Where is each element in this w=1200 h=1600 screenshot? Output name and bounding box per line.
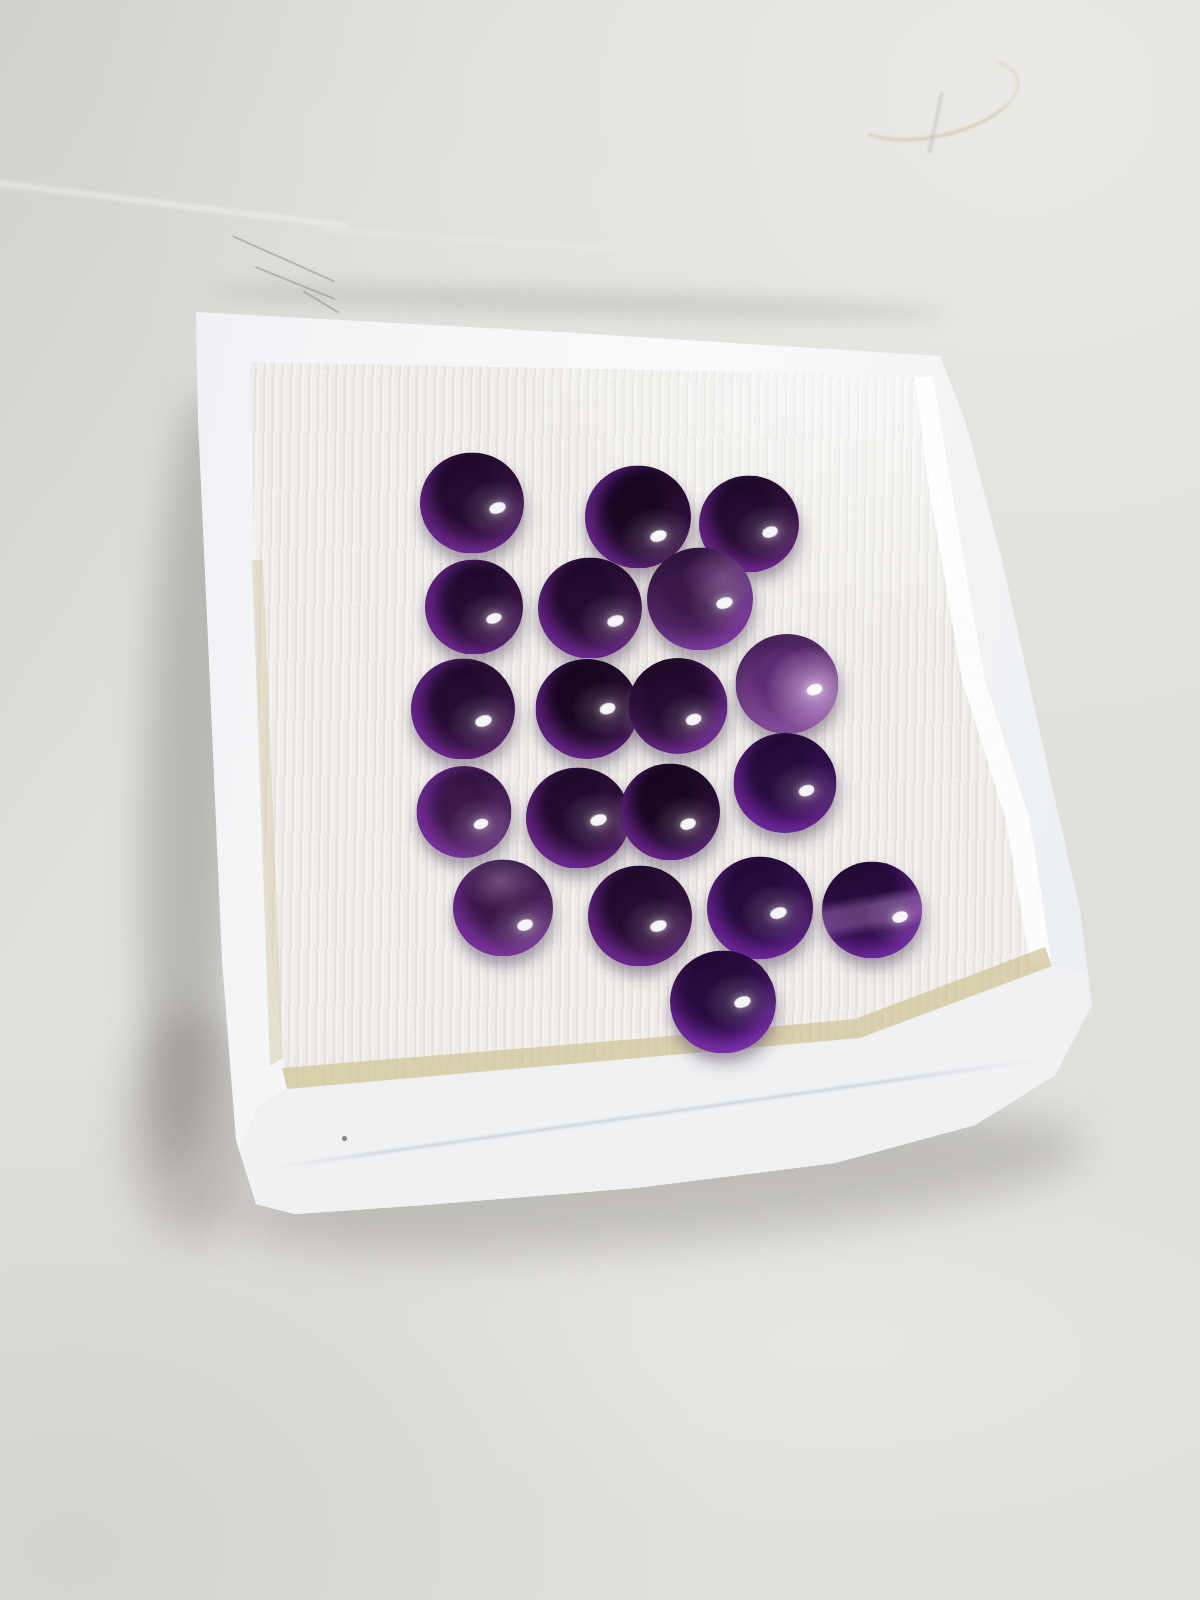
gem-12	[526, 768, 630, 869]
gem-14	[734, 733, 837, 833]
scene	[0, 0, 1200, 1600]
gem-light-band	[822, 862, 922, 959]
gem-specular-highlight	[768, 905, 788, 921]
gem-sheen	[736, 634, 839, 734]
gem-11	[417, 766, 512, 858]
gem-6	[647, 548, 753, 651]
gem-sheen	[647, 548, 753, 651]
gem-9	[536, 659, 639, 759]
gem-4	[425, 560, 523, 655]
gem-7	[736, 634, 839, 734]
gem-13	[620, 764, 720, 861]
gem-8	[411, 659, 515, 760]
gem-specular-highlight	[761, 524, 780, 539]
gem-16	[588, 866, 692, 967]
gem-specular-highlight	[472, 817, 490, 831]
gem-15	[453, 860, 553, 957]
gem-specular-highlight	[679, 816, 698, 831]
gem-specular-highlight	[487, 500, 506, 516]
gem-17	[707, 857, 813, 960]
gem-specular-highlight	[589, 812, 608, 828]
gem-specular-highlight	[605, 613, 624, 629]
gem-specular-highlight	[474, 713, 493, 729]
gem-specular-highlight	[649, 918, 668, 934]
gem-specular-highlight	[685, 712, 703, 727]
gem-1	[420, 453, 524, 554]
gem-specular-highlight	[797, 783, 816, 799]
gems-layer	[0, 0, 1200, 1600]
gem-5	[538, 558, 642, 659]
gem-specular-highlight	[598, 701, 617, 717]
gem-specular-highlight	[732, 994, 752, 1010]
gem-19	[670, 951, 776, 1054]
gem-sheen	[453, 860, 553, 957]
gem-specular-highlight	[485, 612, 503, 627]
gem-18	[822, 862, 922, 959]
gem-10	[629, 658, 728, 754]
gem-specular-highlight	[648, 528, 668, 544]
